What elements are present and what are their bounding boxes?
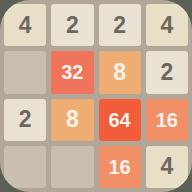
tile-2-r1c2: 2 [51,4,93,46]
empty-cell-r4c1 [4,146,46,188]
tile-2-r2c4: 2 [146,51,188,93]
empty-cell-r2c1 [4,51,46,93]
game-board-2048[interactable]: 42243282286416164 [0,0,192,192]
tile-8-r2c3: 8 [99,51,141,93]
empty-cell-r4c2 [51,146,93,188]
tile-2-r3c1: 2 [4,99,46,141]
tile-4-r1c4: 4 [146,4,188,46]
tile-64-r3c3: 64 [99,99,141,141]
tile-2-r1c3: 2 [99,4,141,46]
tile-16-r4c3: 16 [99,146,141,188]
tile-16-r3c4: 16 [146,99,188,141]
tile-32-r2c2: 32 [51,51,93,93]
tile-8-r3c2: 8 [51,99,93,141]
tile-4-r1c1: 4 [4,4,46,46]
app-icon-2048: 42243282286416164 [0,0,192,192]
tile-4-r4c4: 4 [146,146,188,188]
